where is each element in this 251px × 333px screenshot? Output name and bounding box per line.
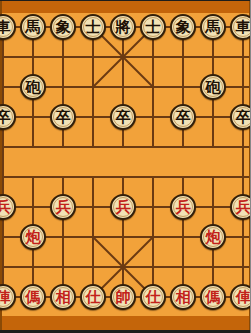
board-cell[interactable]: [48, 162, 78, 192]
board-cell[interactable]: [18, 102, 48, 132]
xiangqi-app-window: 車馬象士將士象馬車砲砲卒卒卒卒卒兵兵兵兵兵炮炮俥傌相仕帥仕相傌俥: [0, 0, 250, 333]
board-cell[interactable]: 相: [168, 282, 198, 312]
board-cell[interactable]: [78, 222, 108, 252]
piece-glyph: 卒: [0, 109, 11, 124]
board-cell[interactable]: [0, 162, 18, 192]
board-cell[interactable]: [108, 252, 138, 282]
board-cell[interactable]: 傌: [198, 282, 228, 312]
piece-glyph: 兵: [0, 199, 11, 214]
board-cell[interactable]: [168, 252, 198, 282]
board-cell[interactable]: [48, 42, 78, 72]
board-cell[interactable]: [168, 222, 198, 252]
board-cell[interactable]: [228, 72, 250, 102]
board-cell[interactable]: [168, 162, 198, 192]
board-cell[interactable]: [48, 222, 78, 252]
piece-red-chariot[interactable]: 俥: [230, 284, 250, 310]
board-cell[interactable]: 俥: [0, 282, 18, 312]
board-cell[interactable]: 帥: [108, 282, 138, 312]
board-cell[interactable]: [78, 42, 108, 72]
board-cell[interactable]: [48, 252, 78, 282]
board-cell[interactable]: 卒: [168, 102, 198, 132]
board-cell[interactable]: [228, 252, 250, 282]
board-cell[interactable]: [198, 252, 228, 282]
piece-black-chariot[interactable]: 車: [0, 14, 16, 40]
board-cell[interactable]: 炮: [198, 222, 228, 252]
piece-red-advisor[interactable]: 仕: [140, 284, 166, 310]
board-cell[interactable]: 仕: [138, 282, 168, 312]
board-cell[interactable]: [198, 162, 228, 192]
board-cell[interactable]: [0, 222, 18, 252]
board-cell[interactable]: 仕: [78, 282, 108, 312]
board-cell[interactable]: 砲: [198, 72, 228, 102]
piece-glyph: 帥: [116, 289, 131, 304]
piece-red-cannon[interactable]: 炮: [20, 224, 46, 250]
piece-red-horse[interactable]: 傌: [200, 284, 226, 310]
board-cell[interactable]: [198, 42, 228, 72]
board-cell[interactable]: [228, 132, 250, 162]
board-cell[interactable]: 馬: [18, 12, 48, 42]
board-cell[interactable]: 俥: [228, 282, 250, 312]
top-edge-line: [0, 0, 250, 1]
board-cell[interactable]: 將: [108, 12, 138, 42]
piece-red-advisor[interactable]: 仕: [80, 284, 106, 310]
board-cell[interactable]: [0, 132, 18, 162]
board-cell[interactable]: 馬: [198, 12, 228, 42]
piece-black-soldier[interactable]: 卒: [230, 104, 250, 130]
board-cell[interactable]: [138, 72, 168, 102]
piece-glyph: 卒: [116, 109, 131, 124]
board-cell[interactable]: [138, 102, 168, 132]
board-cell[interactable]: [168, 72, 198, 102]
board-cell[interactable]: 兵: [168, 192, 198, 222]
board-cell[interactable]: [0, 42, 18, 72]
board-cell[interactable]: 兵: [48, 192, 78, 222]
board-cell[interactable]: [108, 162, 138, 192]
piece-black-elephant[interactable]: 象: [170, 14, 196, 40]
piece-glyph: 馬: [26, 19, 41, 34]
piece-black-cannon[interactable]: 砲: [20, 74, 46, 100]
piece-black-general[interactable]: 將: [110, 14, 136, 40]
piece-red-chariot[interactable]: 俥: [0, 284, 16, 310]
piece-glyph: 砲: [206, 79, 221, 94]
board-cell[interactable]: 士: [138, 12, 168, 42]
piece-red-soldier[interactable]: 兵: [0, 194, 16, 220]
board-cell[interactable]: 相: [48, 282, 78, 312]
piece-glyph: 象: [56, 19, 71, 34]
piece-glyph: 兵: [116, 199, 131, 214]
piece-glyph: 俥: [0, 289, 11, 304]
piece-glyph: 卒: [176, 109, 191, 124]
piece-black-elephant[interactable]: 象: [50, 14, 76, 40]
board-cell[interactable]: 卒: [228, 102, 250, 132]
piece-glyph: 兵: [176, 199, 191, 214]
board-cell[interactable]: 炮: [18, 222, 48, 252]
board-cell[interactable]: [228, 162, 250, 192]
piece-black-advisor[interactable]: 士: [80, 14, 106, 40]
board-cell[interactable]: [138, 132, 168, 162]
piece-glyph: 傌: [26, 289, 41, 304]
piece-glyph: 馬: [206, 19, 221, 34]
board-cell[interactable]: [18, 162, 48, 192]
piece-glyph: 車: [236, 19, 251, 34]
board-cell[interactable]: [198, 102, 228, 132]
board-cell[interactable]: [18, 252, 48, 282]
board-cell[interactable]: 卒: [108, 102, 138, 132]
board-cell[interactable]: [0, 72, 18, 102]
board-cell[interactable]: [198, 132, 228, 162]
board-cell[interactable]: 兵: [228, 192, 250, 222]
board-cell[interactable]: 車: [228, 12, 250, 42]
board-cell[interactable]: 象: [48, 12, 78, 42]
piece-glyph: 士: [146, 19, 161, 34]
piece-black-cannon[interactable]: 砲: [200, 74, 226, 100]
piece-black-soldier[interactable]: 卒: [110, 104, 136, 130]
piece-glyph: 兵: [56, 199, 71, 214]
piece-glyph: 砲: [26, 79, 41, 94]
board-cell[interactable]: 象: [168, 12, 198, 42]
board-cell[interactable]: [78, 162, 108, 192]
piece-red-horse[interactable]: 傌: [20, 284, 46, 310]
board-cell[interactable]: [138, 252, 168, 282]
board-cell[interactable]: [78, 132, 108, 162]
piece-black-horse[interactable]: 馬: [200, 14, 226, 40]
board-cell[interactable]: [138, 222, 168, 252]
piece-glyph: 象: [176, 19, 191, 34]
piece-red-soldier[interactable]: 兵: [50, 194, 76, 220]
piece-glyph: 炮: [206, 229, 221, 244]
board-cell[interactable]: 車: [0, 12, 18, 42]
board-grid: 車馬象士將士象馬車砲砲卒卒卒卒卒兵兵兵兵兵炮炮俥傌相仕帥仕相傌俥: [0, 12, 250, 312]
piece-glyph: 仕: [146, 289, 161, 304]
piece-glyph: 俥: [236, 289, 251, 304]
board-cell[interactable]: [138, 192, 168, 222]
board-cell[interactable]: [78, 252, 108, 282]
piece-red-elephant[interactable]: 相: [170, 284, 196, 310]
board-cell[interactable]: [168, 132, 198, 162]
board-cell[interactable]: [48, 72, 78, 102]
piece-glyph: 士: [86, 19, 101, 34]
board-cell[interactable]: [108, 72, 138, 102]
board-cell[interactable]: [228, 222, 250, 252]
piece-glyph: 卒: [56, 109, 71, 124]
board-cell[interactable]: 卒: [0, 102, 18, 132]
board-cell[interactable]: 卒: [48, 102, 78, 132]
piece-black-soldier[interactable]: 卒: [170, 104, 196, 130]
piece-glyph: 相: [56, 289, 71, 304]
board-cell[interactable]: [78, 72, 108, 102]
piece-glyph: 兵: [236, 199, 251, 214]
board-cell[interactable]: [168, 42, 198, 72]
board-cell[interactable]: [78, 102, 108, 132]
board-cell[interactable]: [18, 192, 48, 222]
board-cell[interactable]: [48, 132, 78, 162]
piece-red-general[interactable]: 帥: [110, 284, 136, 310]
piece-glyph: 將: [116, 19, 131, 34]
piece-black-horse[interactable]: 馬: [20, 14, 46, 40]
board-cell[interactable]: 兵: [108, 192, 138, 222]
piece-red-soldier[interactable]: 兵: [230, 194, 250, 220]
piece-red-elephant[interactable]: 相: [50, 284, 76, 310]
board-cell[interactable]: [198, 192, 228, 222]
board-cell[interactable]: [138, 162, 168, 192]
board-cell[interactable]: [108, 222, 138, 252]
piece-black-advisor[interactable]: 士: [140, 14, 166, 40]
board-cell[interactable]: [78, 192, 108, 222]
board-cell[interactable]: 兵: [0, 192, 18, 222]
board-cell[interactable]: [18, 42, 48, 72]
board-cell[interactable]: [228, 42, 250, 72]
piece-red-soldier[interactable]: 兵: [110, 194, 136, 220]
board-cell[interactable]: 士: [78, 12, 108, 42]
piece-glyph: 炮: [26, 229, 41, 244]
board-cell[interactable]: [108, 132, 138, 162]
piece-glyph: 傌: [206, 289, 221, 304]
board-cell[interactable]: [138, 42, 168, 72]
board-cell[interactable]: [0, 252, 18, 282]
piece-glyph: 車: [0, 19, 11, 34]
piece-red-soldier[interactable]: 兵: [170, 194, 196, 220]
piece-glyph: 仕: [86, 289, 101, 304]
piece-black-soldier[interactable]: 卒: [0, 104, 16, 130]
board-cell[interactable]: [108, 42, 138, 72]
piece-glyph: 卒: [236, 109, 251, 124]
board-cell[interactable]: 傌: [18, 282, 48, 312]
piece-glyph: 相: [176, 289, 191, 304]
board-cell[interactable]: [18, 132, 48, 162]
piece-black-soldier[interactable]: 卒: [50, 104, 76, 130]
piece-black-chariot[interactable]: 車: [230, 14, 250, 40]
board-cell[interactable]: 砲: [18, 72, 48, 102]
piece-red-cannon[interactable]: 炮: [200, 224, 226, 250]
